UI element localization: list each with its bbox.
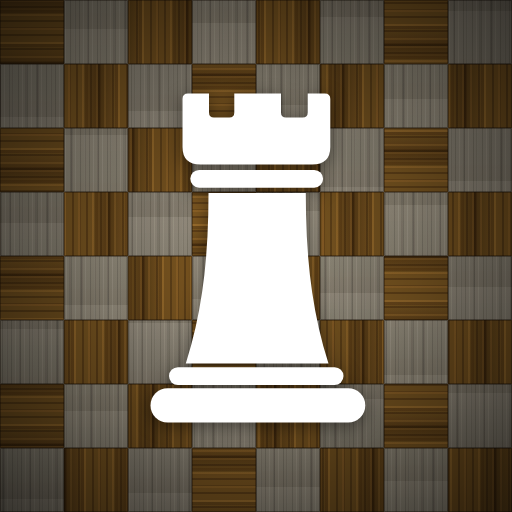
rook-crown [183,94,331,165]
rook-body [186,193,329,364]
rook-collar [190,170,323,188]
rook-base-upper [169,367,344,385]
rook-silhouette [151,94,366,423]
white-rook-icon [0,0,512,512]
rook-base-lower [151,388,366,422]
chess-app-icon [0,0,512,512]
